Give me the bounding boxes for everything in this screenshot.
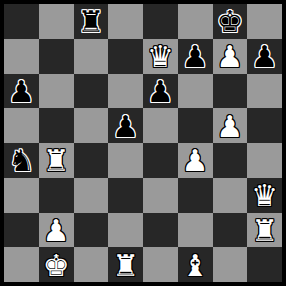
square-g2[interactable]	[213, 213, 248, 248]
square-e7[interactable]: ♛	[143, 39, 178, 74]
square-a7[interactable]	[4, 39, 39, 74]
square-e8[interactable]	[143, 4, 178, 39]
square-d4[interactable]	[108, 143, 143, 178]
square-b4[interactable]: ♜	[39, 143, 74, 178]
square-h3[interactable]: ♛	[247, 178, 282, 213]
square-a8[interactable]	[4, 4, 39, 39]
piece-black-rook: ♜	[77, 5, 104, 39]
square-c5[interactable]	[74, 108, 109, 143]
piece-black-knight: ♞	[8, 144, 35, 178]
square-g7[interactable]: ♟	[213, 39, 248, 74]
square-c1[interactable]	[74, 247, 109, 282]
square-a5[interactable]	[4, 108, 39, 143]
square-c4[interactable]	[74, 143, 109, 178]
square-a1[interactable]	[4, 247, 39, 282]
square-h6[interactable]	[247, 74, 282, 109]
square-b5[interactable]	[39, 108, 74, 143]
piece-black-pawn: ♟	[112, 110, 139, 144]
square-g1[interactable]	[213, 247, 248, 282]
square-h5[interactable]	[247, 108, 282, 143]
square-f6[interactable]	[178, 74, 213, 109]
piece-white-rook: ♜	[112, 249, 139, 283]
square-h7[interactable]: ♟	[247, 39, 282, 74]
square-f1[interactable]: ♝	[178, 247, 213, 282]
piece-black-pawn: ♟	[8, 75, 35, 109]
square-g8[interactable]: ♚	[213, 4, 248, 39]
square-b8[interactable]	[39, 4, 74, 39]
piece-white-pawn: ♟	[216, 40, 243, 74]
square-h8[interactable]	[247, 4, 282, 39]
square-g6[interactable]	[213, 74, 248, 109]
square-e2[interactable]	[143, 213, 178, 248]
square-h1[interactable]	[247, 247, 282, 282]
square-d3[interactable]	[108, 178, 143, 213]
square-f7[interactable]: ♟	[178, 39, 213, 74]
square-a4[interactable]: ♞	[4, 143, 39, 178]
square-e1[interactable]	[143, 247, 178, 282]
square-e4[interactable]	[143, 143, 178, 178]
square-c3[interactable]	[74, 178, 109, 213]
piece-white-bishop: ♝	[182, 249, 209, 283]
square-c6[interactable]	[74, 74, 109, 109]
square-h2[interactable]: ♜	[247, 213, 282, 248]
square-e6[interactable]: ♟	[143, 74, 178, 109]
piece-white-rook: ♜	[43, 144, 70, 178]
square-f4[interactable]: ♟	[178, 143, 213, 178]
square-h4[interactable]	[247, 143, 282, 178]
piece-white-queen: ♛	[251, 179, 278, 213]
square-d6[interactable]	[108, 74, 143, 109]
square-d1[interactable]: ♜	[108, 247, 143, 282]
piece-white-pawn: ♟	[216, 110, 243, 144]
square-c7[interactable]	[74, 39, 109, 74]
square-c2[interactable]	[74, 213, 109, 248]
square-d2[interactable]	[108, 213, 143, 248]
square-b2[interactable]: ♟	[39, 213, 74, 248]
piece-white-queen: ♛	[147, 40, 174, 74]
square-f5[interactable]	[178, 108, 213, 143]
square-b7[interactable]	[39, 39, 74, 74]
square-b1[interactable]: ♚	[39, 247, 74, 282]
square-a6[interactable]: ♟	[4, 74, 39, 109]
square-f8[interactable]	[178, 4, 213, 39]
piece-black-pawn: ♟	[182, 40, 209, 74]
piece-white-king: ♚	[43, 249, 70, 283]
square-g3[interactable]	[213, 178, 248, 213]
square-g5[interactable]: ♟	[213, 108, 248, 143]
square-c8[interactable]: ♜	[74, 4, 109, 39]
chess-board: ♜♚♛♟♟♟♟♟♟♟♞♜♟♛♟♜♚♜♝	[4, 4, 282, 282]
piece-black-pawn: ♟	[147, 75, 174, 109]
chess-board-frame: ♜♚♛♟♟♟♟♟♟♟♞♜♟♛♟♜♚♜♝	[0, 0, 286, 286]
square-f3[interactable]	[178, 178, 213, 213]
square-e5[interactable]	[143, 108, 178, 143]
square-d5[interactable]: ♟	[108, 108, 143, 143]
square-b6[interactable]	[39, 74, 74, 109]
square-d8[interactable]	[108, 4, 143, 39]
piece-white-rook: ♜	[251, 214, 278, 248]
piece-black-king: ♚	[216, 5, 243, 39]
square-a2[interactable]	[4, 213, 39, 248]
piece-white-pawn: ♟	[182, 144, 209, 178]
square-b3[interactable]	[39, 178, 74, 213]
square-f2[interactable]	[178, 213, 213, 248]
square-a3[interactable]	[4, 178, 39, 213]
piece-black-pawn: ♟	[251, 40, 278, 74]
square-g4[interactable]	[213, 143, 248, 178]
piece-white-pawn: ♟	[43, 214, 70, 248]
square-d7[interactable]	[108, 39, 143, 74]
square-e3[interactable]	[143, 178, 178, 213]
